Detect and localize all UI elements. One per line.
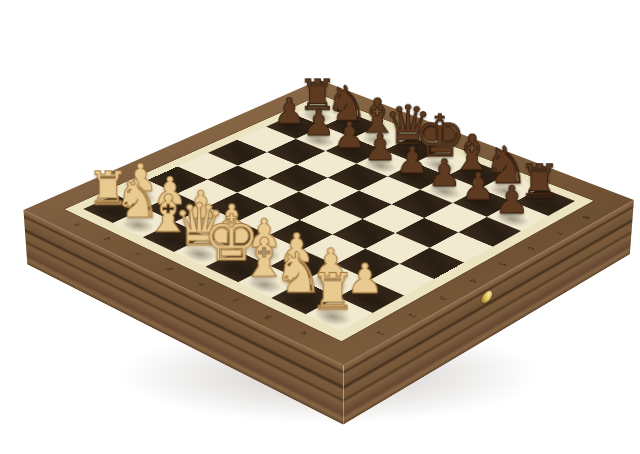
white-rook-h1[interactable]: ♜: [293, 267, 372, 317]
square-h1[interactable]: ♜: [306, 297, 373, 331]
chess-case: abcdefgh 87654321 ♜♞♝♛♚♝♞♜♟♟♟♟♟♟♟♟♟♟♟♟♟♟…: [23, 80, 633, 366]
black-pawn-h7[interactable]: ♟: [475, 181, 548, 219]
square-h7[interactable]: ♟: [486, 202, 548, 231]
brass-clasp-icon: [481, 289, 492, 305]
scene: abcdefgh 87654321 ♜♞♝♛♚♝♞♜♟♟♟♟♟♟♟♟♟♟♟♟♟♟…: [0, 0, 640, 454]
